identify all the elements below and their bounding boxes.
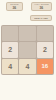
new-game-button[interactable]: NEW GAME: [30, 15, 52, 21]
tile-4: 4: [2, 59, 18, 74]
empty-cell: [37, 26, 53, 41]
high-score-badge: HIGH SCORE 36: [31, 2, 52, 11]
new-game-label: NEW GAME: [34, 17, 48, 19]
empty-cell: [2, 26, 18, 41]
score-badge: SCORE 36: [6, 2, 23, 11]
empty-cell: [19, 42, 35, 57]
tile-2: 2: [2, 42, 18, 57]
tile-4: 4: [19, 59, 35, 74]
score-value: 36: [13, 6, 17, 9]
tile-2: 2: [37, 42, 53, 57]
empty-cell: [19, 26, 35, 41]
tile-16: 16: [37, 59, 53, 74]
score-label: SCORE: [10, 3, 18, 5]
high-score-label: HIGH SCORE: [34, 3, 49, 5]
high-score-value: 36: [40, 6, 44, 9]
game-board[interactable]: 224416: [1, 25, 54, 75]
